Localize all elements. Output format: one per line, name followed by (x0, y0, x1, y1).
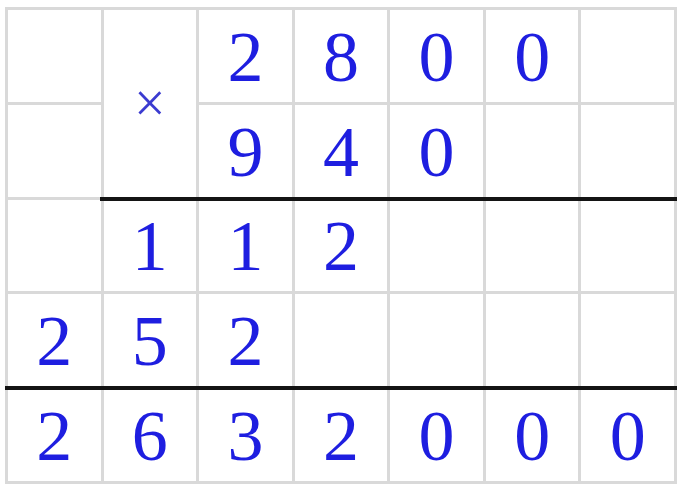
cell-r3c2: 1 (104, 200, 197, 292)
cell-r2c7 (581, 105, 674, 197)
cell-r1c5: 0 (390, 10, 483, 102)
cell-r5c3: 3 (199, 389, 292, 481)
cell-r5c7: 0 (581, 389, 674, 481)
cell-r2c5: 0 (390, 105, 483, 197)
cell-r5c6: 0 (486, 389, 579, 481)
cell-r3c4: 2 (295, 200, 388, 292)
cell-r2c1 (8, 105, 101, 197)
cell-r4c2: 5 (104, 294, 197, 386)
cell-r5c2: 6 (104, 389, 197, 481)
cell-r4c4 (295, 294, 388, 386)
cell-r4c3: 2 (199, 294, 292, 386)
cell-r2c3: 9 (199, 105, 292, 197)
cell-r2c4: 4 (295, 105, 388, 197)
cell-r1c3: 2 (199, 10, 292, 102)
cell-r3c3: 1 (199, 200, 292, 292)
cell-r1c4: 8 (295, 10, 388, 102)
cell-r4c1: 2 (8, 294, 101, 386)
cell-r3c5 (390, 200, 483, 292)
cell-r4c6 (486, 294, 579, 386)
multiply-sign-cell: × (104, 10, 197, 197)
cell-r4c7 (581, 294, 674, 386)
rule-above-product (5, 386, 677, 390)
cell-r3c1 (8, 200, 101, 292)
cell-r1c1 (8, 10, 101, 102)
cell-r1c7 (581, 10, 674, 102)
cell-r2c6 (486, 105, 579, 197)
cell-r5c5: 0 (390, 389, 483, 481)
cell-r5c1: 2 (8, 389, 101, 481)
cell-r4c5 (390, 294, 483, 386)
cell-r5c4: 2 (295, 389, 388, 481)
worksheet-page: × 2 8 0 0 9 4 0 1 1 2 2 5 2 2 6 3 2 0 0 (0, 0, 680, 488)
cell-r3c6 (486, 200, 579, 292)
cell-r3c7 (581, 200, 674, 292)
cell-r1c6: 0 (486, 10, 579, 102)
board: × 2 8 0 0 9 4 0 1 1 2 2 5 2 2 6 3 2 0 0 (5, 7, 677, 484)
rule-under-multiplier (100, 197, 677, 201)
